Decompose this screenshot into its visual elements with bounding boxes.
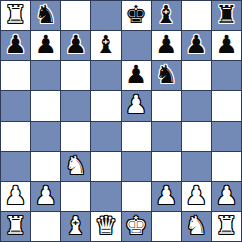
square-e3[interactable]	[122, 152, 151, 181]
square-e8[interactable]: ♚	[122, 1, 151, 30]
square-b4[interactable]	[31, 122, 60, 151]
board-wrap: ♜♞♚♝♜♟♟♟♝♟♟♟♟♞♟♞♟♟♟♟♟♜♝♛♚♞♜	[0, 0, 242, 242]
square-d6[interactable]	[91, 61, 120, 90]
square-g2[interactable]: ♟	[182, 182, 211, 211]
square-e4[interactable]	[122, 122, 151, 151]
square-h5[interactable]	[212, 91, 241, 120]
square-h1[interactable]: ♜	[212, 212, 241, 241]
white-rook-icon: ♜	[4, 2, 26, 27]
white-pawn-icon: ♟	[215, 183, 237, 208]
square-f3[interactable]	[152, 152, 181, 181]
white-queen-icon: ♛	[95, 213, 117, 238]
square-f1[interactable]	[152, 212, 181, 241]
square-e6[interactable]: ♟	[122, 61, 151, 90]
white-king-icon: ♚	[125, 213, 147, 238]
square-g8[interactable]	[182, 1, 211, 30]
square-c8[interactable]	[61, 1, 90, 30]
square-h6[interactable]	[212, 61, 241, 90]
square-a7[interactable]: ♟	[1, 31, 30, 60]
square-b5[interactable]	[31, 91, 60, 120]
square-g7[interactable]: ♟	[182, 31, 211, 60]
square-c7[interactable]: ♟	[61, 31, 90, 60]
square-h8[interactable]: ♜	[212, 1, 241, 30]
square-g3[interactable]	[182, 152, 211, 181]
square-d3[interactable]	[91, 152, 120, 181]
black-pawn-icon: ♟	[65, 32, 87, 57]
square-d5[interactable]	[91, 91, 120, 120]
square-c2[interactable]	[61, 182, 90, 211]
square-b7[interactable]: ♟	[31, 31, 60, 60]
square-d4[interactable]	[91, 122, 120, 151]
square-f8[interactable]: ♝	[152, 1, 181, 30]
white-pawn-icon: ♟	[125, 92, 147, 117]
square-b1[interactable]	[31, 212, 60, 241]
white-rook-icon: ♜	[4, 213, 26, 238]
square-f4[interactable]	[152, 122, 181, 151]
square-b8[interactable]: ♞	[31, 1, 60, 30]
square-h7[interactable]: ♟	[212, 31, 241, 60]
square-c6[interactable]	[61, 61, 90, 90]
square-c1[interactable]: ♝	[61, 212, 90, 241]
square-a1[interactable]: ♜	[1, 212, 30, 241]
square-e7[interactable]	[122, 31, 151, 60]
square-a8[interactable]: ♜	[1, 1, 30, 30]
white-knight-icon: ♞	[185, 213, 207, 238]
square-a5[interactable]	[1, 91, 30, 120]
black-bishop-icon: ♝	[155, 2, 177, 27]
white-pawn-icon: ♟	[155, 183, 177, 208]
square-g4[interactable]	[182, 122, 211, 151]
square-e5[interactable]: ♟	[122, 91, 151, 120]
square-c3[interactable]: ♞	[61, 152, 90, 181]
square-d1[interactable]: ♛	[91, 212, 120, 241]
black-king-icon: ♚	[125, 2, 147, 27]
white-pawn-icon: ♟	[185, 183, 207, 208]
black-knight-icon: ♞	[155, 62, 177, 87]
square-f2[interactable]: ♟	[152, 182, 181, 211]
square-b2[interactable]: ♟	[31, 182, 60, 211]
square-a4[interactable]	[1, 122, 30, 151]
square-f6[interactable]: ♞	[152, 61, 181, 90]
black-pawn-icon: ♟	[155, 32, 177, 57]
black-pawn-icon: ♟	[215, 32, 237, 57]
black-pawn-icon: ♟	[34, 32, 56, 57]
square-g5[interactable]	[182, 91, 211, 120]
square-a2[interactable]: ♟	[1, 182, 30, 211]
square-g1[interactable]: ♞	[182, 212, 211, 241]
black-pawn-icon: ♟	[125, 62, 147, 87]
square-d8[interactable]	[91, 1, 120, 30]
square-h3[interactable]	[212, 152, 241, 181]
square-d7[interactable]: ♝	[91, 31, 120, 60]
square-g6[interactable]	[182, 61, 211, 90]
square-b3[interactable]	[31, 152, 60, 181]
white-knight-icon: ♞	[65, 153, 87, 178]
black-pawn-icon: ♟	[185, 32, 207, 57]
square-h4[interactable]	[212, 122, 241, 151]
square-h2[interactable]: ♟	[212, 182, 241, 211]
white-rook-icon: ♜	[215, 213, 237, 238]
chess-board: ♜♞♚♝♜♟♟♟♝♟♟♟♟♞♟♞♟♟♟♟♟♜♝♛♚♞♜	[0, 0, 242, 242]
black-pawn-icon: ♟	[4, 32, 26, 57]
white-pawn-icon: ♟	[34, 183, 56, 208]
white-bishop-icon: ♝	[65, 213, 87, 238]
square-c5[interactable]	[61, 91, 90, 120]
square-e2[interactable]	[122, 182, 151, 211]
white-pawn-icon: ♟	[4, 183, 26, 208]
square-c4[interactable]	[61, 122, 90, 151]
black-knight-icon: ♞	[34, 2, 56, 27]
black-bishop-icon: ♝	[95, 32, 117, 57]
square-a6[interactable]	[1, 61, 30, 90]
square-b6[interactable]	[31, 61, 60, 90]
square-e1[interactable]: ♚	[122, 212, 151, 241]
square-f7[interactable]: ♟	[152, 31, 181, 60]
black-rook-icon: ♜	[215, 2, 237, 27]
square-a3[interactable]	[1, 152, 30, 181]
square-d2[interactable]	[91, 182, 120, 211]
square-f5[interactable]	[152, 91, 181, 120]
